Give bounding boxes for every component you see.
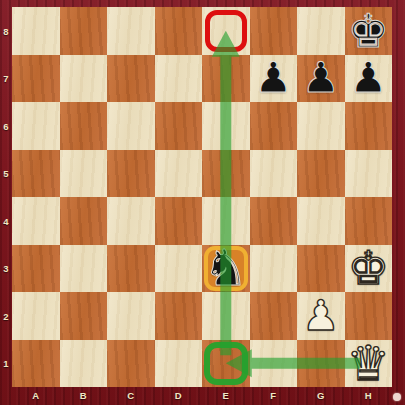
- square-b5[interactable]: [60, 150, 108, 198]
- rank-label-3: 3: [0, 263, 12, 274]
- square-a1[interactable]: [12, 340, 60, 388]
- square-c7[interactable]: [107, 55, 155, 103]
- square-f2[interactable]: [250, 292, 298, 340]
- square-c8[interactable]: [107, 7, 155, 55]
- square-a3[interactable]: [12, 245, 60, 293]
- piece-black-knight-e3[interactable]: ♞: [202, 245, 250, 293]
- square-e6[interactable]: [202, 102, 250, 150]
- square-h2[interactable]: [345, 292, 393, 340]
- rank-label-8: 8: [0, 25, 12, 36]
- square-h4[interactable]: [345, 197, 393, 245]
- piece-white-queen-h1[interactable]: ♛: [345, 340, 393, 388]
- rank-labels: 87654321: [0, 7, 12, 387]
- piece-white-king-h3[interactable]: ♚: [345, 245, 393, 293]
- file-label-d: D: [175, 390, 182, 401]
- square-b6[interactable]: [60, 102, 108, 150]
- square-a7[interactable]: [12, 55, 60, 103]
- square-g3[interactable]: [297, 245, 345, 293]
- square-e8[interactable]: [202, 7, 250, 55]
- square-d2[interactable]: [155, 292, 203, 340]
- rank-label-6: 6: [0, 120, 12, 131]
- square-f4[interactable]: [250, 197, 298, 245]
- square-h6[interactable]: [345, 102, 393, 150]
- file-label-h: H: [365, 390, 372, 401]
- file-label-f: F: [270, 390, 276, 401]
- square-e5[interactable]: [202, 150, 250, 198]
- square-f5[interactable]: [250, 150, 298, 198]
- piece-black-pawn-g7[interactable]: ♟: [297, 55, 345, 103]
- square-h5[interactable]: [345, 150, 393, 198]
- square-f8[interactable]: [250, 7, 298, 55]
- square-d7[interactable]: [155, 55, 203, 103]
- square-e7[interactable]: [202, 55, 250, 103]
- square-a2[interactable]: [12, 292, 60, 340]
- file-label-c: C: [127, 390, 134, 401]
- square-b7[interactable]: [60, 55, 108, 103]
- file-label-a: A: [32, 390, 39, 401]
- file-label-e: E: [222, 390, 229, 401]
- square-b4[interactable]: [60, 197, 108, 245]
- rank-label-2: 2: [0, 310, 12, 321]
- square-b3[interactable]: [60, 245, 108, 293]
- square-a6[interactable]: [12, 102, 60, 150]
- corner-dot: [393, 393, 401, 401]
- square-a4[interactable]: [12, 197, 60, 245]
- square-g6[interactable]: [297, 102, 345, 150]
- square-c5[interactable]: [107, 150, 155, 198]
- square-c4[interactable]: [107, 197, 155, 245]
- piece-white-pawn-g2[interactable]: ♟: [297, 292, 345, 340]
- square-g4[interactable]: [297, 197, 345, 245]
- rank-label-4: 4: [0, 215, 12, 226]
- square-d3[interactable]: [155, 245, 203, 293]
- square-g1[interactable]: [297, 340, 345, 388]
- square-e1[interactable]: [202, 340, 250, 388]
- square-b8[interactable]: [60, 7, 108, 55]
- square-g8[interactable]: [297, 7, 345, 55]
- file-label-b: B: [80, 390, 87, 401]
- square-c2[interactable]: [107, 292, 155, 340]
- square-d8[interactable]: [155, 7, 203, 55]
- square-a5[interactable]: [12, 150, 60, 198]
- rank-label-7: 7: [0, 73, 12, 84]
- square-b1[interactable]: [60, 340, 108, 388]
- square-f6[interactable]: [250, 102, 298, 150]
- square-d4[interactable]: [155, 197, 203, 245]
- piece-black-pawn-h7[interactable]: ♟: [345, 55, 393, 103]
- square-f3[interactable]: [250, 245, 298, 293]
- square-d1[interactable]: [155, 340, 203, 388]
- file-label-g: G: [317, 390, 325, 401]
- square-d6[interactable]: [155, 102, 203, 150]
- chess-board: ♚♟♟♟♞♚♟♛: [12, 7, 392, 387]
- square-d5[interactable]: [155, 150, 203, 198]
- square-a8[interactable]: [12, 7, 60, 55]
- square-f1[interactable]: [250, 340, 298, 388]
- chess-board-frame: ♚♟♟♟♞♚♟♛ 87654321 ABCDEFGH: [0, 0, 405, 405]
- rank-label-5: 5: [0, 168, 12, 179]
- square-e2[interactable]: [202, 292, 250, 340]
- square-b2[interactable]: [60, 292, 108, 340]
- square-e4[interactable]: [202, 197, 250, 245]
- file-labels: ABCDEFGH: [12, 387, 392, 405]
- square-g5[interactable]: [297, 150, 345, 198]
- rank-label-1: 1: [0, 358, 12, 369]
- square-c3[interactable]: [107, 245, 155, 293]
- piece-black-king-h8[interactable]: ♚: [345, 7, 393, 55]
- piece-black-pawn-f7[interactable]: ♟: [250, 55, 298, 103]
- square-c6[interactable]: [107, 102, 155, 150]
- square-c1[interactable]: [107, 340, 155, 388]
